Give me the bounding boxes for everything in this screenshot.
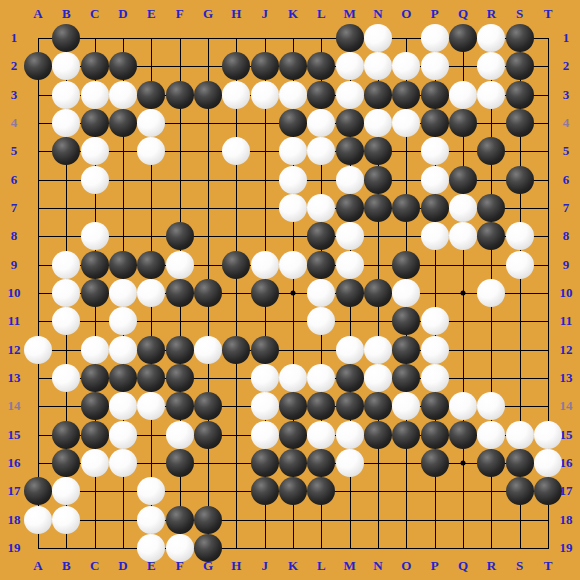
row-label-left: 4 [2, 115, 26, 131]
stone-white[interactable] [251, 251, 279, 279]
column-label-top: F [168, 6, 192, 22]
stone-white[interactable] [109, 279, 137, 307]
stone-black[interactable] [109, 364, 137, 392]
stone-black[interactable] [251, 449, 279, 477]
stone-white[interactable] [364, 336, 392, 364]
column-label-bottom: O [394, 558, 418, 574]
row-label-left: 19 [2, 540, 26, 556]
stone-black[interactable] [477, 194, 505, 222]
stone-white[interactable] [336, 251, 364, 279]
stone-black[interactable] [336, 24, 364, 52]
stone-white[interactable] [307, 421, 335, 449]
stone-black[interactable] [392, 336, 420, 364]
stone-black[interactable] [307, 449, 335, 477]
column-label-bottom: N [366, 558, 390, 574]
stone-black[interactable] [222, 52, 250, 80]
stone-black[interactable] [421, 449, 449, 477]
column-label-top: S [508, 6, 532, 22]
stone-white[interactable] [392, 109, 420, 137]
stone-black[interactable] [392, 251, 420, 279]
stone-white[interactable] [279, 364, 307, 392]
stone-black[interactable] [364, 392, 392, 420]
stone-white[interactable] [534, 421, 562, 449]
stone-white[interactable] [109, 421, 137, 449]
stone-white[interactable] [421, 336, 449, 364]
stone-black[interactable] [506, 477, 534, 505]
stone-white[interactable] [336, 166, 364, 194]
stone-black[interactable] [477, 137, 505, 165]
stone-black[interactable] [251, 336, 279, 364]
stone-white[interactable] [279, 251, 307, 279]
stone-black[interactable] [109, 251, 137, 279]
stone-white[interactable] [279, 166, 307, 194]
stone-white[interactable] [449, 392, 477, 420]
stone-white[interactable] [137, 534, 165, 562]
stone-black[interactable] [24, 52, 52, 80]
stone-black[interactable] [166, 392, 194, 420]
stone-white[interactable] [137, 506, 165, 534]
stone-black[interactable] [81, 251, 109, 279]
stone-white[interactable] [421, 307, 449, 335]
stone-black[interactable] [81, 421, 109, 449]
column-label-top: C [83, 6, 107, 22]
column-label-bottom: A [26, 558, 50, 574]
stone-white[interactable] [307, 194, 335, 222]
row-label-right: 13 [554, 370, 578, 386]
stone-black[interactable] [364, 137, 392, 165]
column-label-top: A [26, 6, 50, 22]
stone-black[interactable] [137, 251, 165, 279]
row-label-left: 10 [2, 285, 26, 301]
row-label-right: 7 [554, 200, 578, 216]
stone-black[interactable] [109, 52, 137, 80]
stone-black[interactable] [81, 279, 109, 307]
row-label-left: 3 [2, 87, 26, 103]
row-label-right: 2 [554, 58, 578, 74]
stone-black[interactable] [392, 421, 420, 449]
stone-black[interactable] [307, 81, 335, 109]
row-label-right: 18 [554, 512, 578, 528]
row-label-right: 5 [554, 143, 578, 159]
star-point [291, 291, 296, 296]
row-label-right: 1 [554, 30, 578, 46]
stone-black[interactable] [137, 81, 165, 109]
stone-black[interactable] [392, 307, 420, 335]
column-label-bottom: B [54, 558, 78, 574]
stone-white[interactable] [52, 109, 80, 137]
board-line [38, 548, 549, 549]
stone-black[interactable] [166, 222, 194, 250]
stone-black[interactable] [421, 194, 449, 222]
stone-white[interactable] [421, 137, 449, 165]
column-label-top: K [281, 6, 305, 22]
stone-white[interactable] [307, 307, 335, 335]
stone-black[interactable] [81, 109, 109, 137]
column-label-top: Q [451, 6, 475, 22]
stone-white[interactable] [166, 534, 194, 562]
stone-white[interactable] [137, 477, 165, 505]
stone-white[interactable] [52, 477, 80, 505]
stone-white[interactable] [449, 194, 477, 222]
stone-white[interactable] [81, 222, 109, 250]
stone-white[interactable] [222, 137, 250, 165]
stone-white[interactable] [52, 52, 80, 80]
stone-white[interactable] [251, 81, 279, 109]
star-point [461, 461, 466, 466]
stone-black[interactable] [166, 449, 194, 477]
row-label-right: 11 [554, 313, 578, 329]
stone-black[interactable] [279, 109, 307, 137]
row-label-left: 14 [2, 398, 26, 414]
stone-black[interactable] [81, 392, 109, 420]
stone-black[interactable] [194, 81, 222, 109]
board-line [38, 520, 549, 521]
stone-white[interactable] [166, 421, 194, 449]
stone-black[interactable] [194, 392, 222, 420]
stone-white[interactable] [421, 364, 449, 392]
stone-black[interactable] [307, 477, 335, 505]
stone-white[interactable] [421, 222, 449, 250]
row-label-right: 6 [554, 172, 578, 188]
stone-white[interactable] [81, 166, 109, 194]
stone-black[interactable] [506, 81, 534, 109]
stone-white[interactable] [307, 109, 335, 137]
stone-white[interactable] [109, 81, 137, 109]
stone-white[interactable] [52, 364, 80, 392]
column-label-bottom: Q [451, 558, 475, 574]
stone-white[interactable] [392, 52, 420, 80]
stone-black[interactable] [251, 279, 279, 307]
row-label-right: 9 [554, 257, 578, 273]
stone-white[interactable] [52, 81, 80, 109]
column-label-top: N [366, 6, 390, 22]
row-label-left: 13 [2, 370, 26, 386]
column-label-top: O [394, 6, 418, 22]
stone-black[interactable] [421, 421, 449, 449]
stone-black[interactable] [449, 24, 477, 52]
stone-black[interactable] [279, 421, 307, 449]
column-label-bottom: T [536, 558, 560, 574]
column-label-top: B [54, 6, 78, 22]
column-label-bottom: D [111, 558, 135, 574]
stone-white[interactable] [137, 279, 165, 307]
stone-black[interactable] [336, 364, 364, 392]
column-label-bottom: R [479, 558, 503, 574]
column-label-top: J [253, 6, 277, 22]
stone-white[interactable] [506, 421, 534, 449]
stone-black[interactable] [449, 166, 477, 194]
stone-black[interactable] [81, 364, 109, 392]
stone-white[interactable] [24, 506, 52, 534]
stone-white[interactable] [364, 24, 392, 52]
column-label-top: P [423, 6, 447, 22]
stone-white[interactable] [421, 166, 449, 194]
stone-black[interactable] [194, 279, 222, 307]
stone-black[interactable] [109, 109, 137, 137]
stone-black[interactable] [24, 477, 52, 505]
stone-white[interactable] [251, 421, 279, 449]
stone-black[interactable] [166, 279, 194, 307]
stone-black[interactable] [222, 251, 250, 279]
column-label-top: E [139, 6, 163, 22]
stone-white[interactable] [477, 392, 505, 420]
stone-black[interactable] [166, 81, 194, 109]
stone-white[interactable] [392, 279, 420, 307]
stone-black[interactable] [336, 279, 364, 307]
stone-black[interactable] [137, 336, 165, 364]
stone-black[interactable] [336, 137, 364, 165]
stone-white[interactable] [477, 421, 505, 449]
stone-black[interactable] [279, 477, 307, 505]
row-label-left: 16 [2, 455, 26, 471]
row-label-left: 7 [2, 200, 26, 216]
stone-white[interactable] [421, 52, 449, 80]
stone-black[interactable] [421, 392, 449, 420]
column-label-top: G [196, 6, 220, 22]
stone-black[interactable] [194, 506, 222, 534]
column-label-top: L [309, 6, 333, 22]
stone-white[interactable] [336, 336, 364, 364]
stone-white[interactable] [109, 307, 137, 335]
stone-white[interactable] [109, 449, 137, 477]
stone-black[interactable] [251, 52, 279, 80]
stone-black[interactable] [421, 109, 449, 137]
stone-white[interactable] [137, 137, 165, 165]
stone-white[interactable] [477, 81, 505, 109]
column-label-bottom: H [224, 558, 248, 574]
stone-white[interactable] [222, 81, 250, 109]
stone-white[interactable] [137, 109, 165, 137]
stone-white[interactable] [392, 392, 420, 420]
row-label-left: 12 [2, 342, 26, 358]
stone-black[interactable] [52, 137, 80, 165]
stone-white[interactable] [534, 449, 562, 477]
stone-black[interactable] [506, 52, 534, 80]
stone-white[interactable] [52, 506, 80, 534]
column-label-bottom: C [83, 558, 107, 574]
stone-white[interactable] [52, 251, 80, 279]
stone-black[interactable] [449, 421, 477, 449]
stone-white[interactable] [52, 279, 80, 307]
row-label-left: 15 [2, 427, 26, 443]
stone-black[interactable] [279, 52, 307, 80]
stone-black[interactable] [449, 109, 477, 137]
stone-white[interactable] [336, 52, 364, 80]
stone-black[interactable] [506, 109, 534, 137]
row-label-left: 1 [2, 30, 26, 46]
stone-black[interactable] [52, 421, 80, 449]
stone-white[interactable] [279, 194, 307, 222]
stone-black[interactable] [506, 24, 534, 52]
stone-white[interactable] [307, 279, 335, 307]
stone-black[interactable] [421, 81, 449, 109]
row-label-right: 3 [554, 87, 578, 103]
row-label-right: 12 [554, 342, 578, 358]
column-label-bottom: P [423, 558, 447, 574]
column-label-bottom: M [338, 558, 362, 574]
column-label-top: D [111, 6, 135, 22]
stone-white[interactable] [137, 392, 165, 420]
row-label-left: 17 [2, 483, 26, 499]
column-label-top: H [224, 6, 248, 22]
stone-black[interactable] [166, 506, 194, 534]
row-label-left: 2 [2, 58, 26, 74]
row-label-right: 4 [554, 115, 578, 131]
stone-black[interactable] [279, 392, 307, 420]
stone-black[interactable] [364, 421, 392, 449]
stone-white[interactable] [194, 336, 222, 364]
stone-black[interactable] [52, 449, 80, 477]
stone-white[interactable] [81, 449, 109, 477]
stone-white[interactable] [364, 52, 392, 80]
row-label-left: 11 [2, 313, 26, 329]
column-label-top: R [479, 6, 503, 22]
go-board[interactable]: AABBCCDDEEFFGGHHJJKKLLMMNNOOPPQQRRSSTT11… [0, 0, 580, 580]
stone-white[interactable] [336, 421, 364, 449]
stone-black[interactable] [392, 194, 420, 222]
stone-black[interactable] [392, 364, 420, 392]
stone-white[interactable] [166, 251, 194, 279]
stone-black[interactable] [534, 477, 562, 505]
stone-black[interactable] [364, 194, 392, 222]
stone-black[interactable] [364, 166, 392, 194]
stone-black[interactable] [364, 279, 392, 307]
stone-white[interactable] [477, 279, 505, 307]
stone-black[interactable] [166, 364, 194, 392]
column-label-bottom: K [281, 558, 305, 574]
stone-white[interactable] [364, 364, 392, 392]
stone-white[interactable] [506, 251, 534, 279]
stone-black[interactable] [506, 166, 534, 194]
stone-black[interactable] [81, 52, 109, 80]
stone-white[interactable] [307, 137, 335, 165]
row-label-right: 19 [554, 540, 578, 556]
stone-black[interactable] [477, 222, 505, 250]
stone-white[interactable] [251, 364, 279, 392]
row-label-right: 14 [554, 398, 578, 414]
stone-white[interactable] [109, 392, 137, 420]
stone-black[interactable] [336, 392, 364, 420]
stone-black[interactable] [336, 109, 364, 137]
row-label-right: 10 [554, 285, 578, 301]
row-label-right: 8 [554, 228, 578, 244]
stone-black[interactable] [166, 336, 194, 364]
star-point [461, 291, 466, 296]
stone-black[interactable] [364, 81, 392, 109]
stone-black[interactable] [336, 194, 364, 222]
stone-white[interactable] [279, 81, 307, 109]
stone-white[interactable] [449, 222, 477, 250]
row-label-left: 8 [2, 228, 26, 244]
stone-white[interactable] [477, 24, 505, 52]
stone-black[interactable] [392, 81, 420, 109]
stone-black[interactable] [137, 364, 165, 392]
stone-white[interactable] [336, 449, 364, 477]
stone-black[interactable] [194, 421, 222, 449]
row-label-left: 6 [2, 172, 26, 188]
stone-white[interactable] [477, 52, 505, 80]
stone-white[interactable] [81, 81, 109, 109]
stone-black[interactable] [477, 449, 505, 477]
stone-white[interactable] [109, 336, 137, 364]
stone-white[interactable] [81, 137, 109, 165]
stone-black[interactable] [52, 24, 80, 52]
stone-black[interactable] [307, 251, 335, 279]
column-label-top: M [338, 6, 362, 22]
column-label-bottom: S [508, 558, 532, 574]
row-label-left: 18 [2, 512, 26, 528]
stone-black[interactable] [251, 477, 279, 505]
stone-black[interactable] [307, 222, 335, 250]
row-label-left: 9 [2, 257, 26, 273]
stone-black[interactable] [307, 392, 335, 420]
stone-white[interactable] [81, 336, 109, 364]
stone-white[interactable] [364, 109, 392, 137]
stone-white[interactable] [449, 81, 477, 109]
stone-white[interactable] [24, 336, 52, 364]
column-label-top: T [536, 6, 560, 22]
stone-black[interactable] [307, 52, 335, 80]
stone-white[interactable] [251, 392, 279, 420]
column-label-bottom: L [309, 558, 333, 574]
column-label-bottom: J [253, 558, 277, 574]
stone-white[interactable] [506, 222, 534, 250]
stone-white[interactable] [52, 307, 80, 335]
stone-black[interactable] [222, 336, 250, 364]
row-label-left: 5 [2, 143, 26, 159]
stone-white[interactable] [421, 24, 449, 52]
stone-white[interactable] [307, 364, 335, 392]
stone-black[interactable] [194, 534, 222, 562]
stone-white[interactable] [336, 81, 364, 109]
stone-white[interactable] [336, 222, 364, 250]
stone-white[interactable] [279, 137, 307, 165]
stone-black[interactable] [506, 449, 534, 477]
stone-black[interactable] [279, 449, 307, 477]
